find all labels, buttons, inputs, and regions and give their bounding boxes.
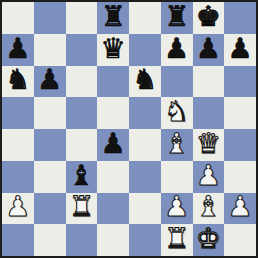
square-g2[interactable]: ♝	[193, 193, 225, 225]
piece-white-queen[interactable]: ♛	[196, 130, 221, 158]
square-d3[interactable]	[97, 161, 129, 193]
square-d4[interactable]: ♟	[97, 129, 129, 161]
piece-black-pawn[interactable]: ♟	[196, 35, 221, 63]
piece-white-bishop[interactable]: ♝	[196, 193, 221, 221]
square-f5[interactable]: ♞	[161, 97, 193, 129]
piece-black-pawn[interactable]: ♟	[101, 130, 126, 158]
square-d7[interactable]: ♛	[97, 34, 129, 66]
square-h4[interactable]	[224, 129, 256, 161]
piece-black-king[interactable]: ♚	[196, 3, 221, 31]
square-f6[interactable]	[161, 66, 193, 98]
square-e7[interactable]	[129, 34, 161, 66]
square-b6[interactable]: ♟	[34, 66, 66, 98]
piece-black-pawn[interactable]: ♟	[5, 35, 30, 63]
square-f2[interactable]: ♟	[161, 193, 193, 225]
square-c3[interactable]: ♝	[66, 161, 98, 193]
piece-black-rook[interactable]: ♜	[101, 3, 126, 31]
piece-black-pawn[interactable]: ♟	[164, 35, 189, 63]
piece-white-pawn[interactable]: ♟	[5, 193, 30, 221]
square-a3[interactable]	[2, 161, 34, 193]
square-h2[interactable]: ♟	[224, 193, 256, 225]
square-c7[interactable]	[66, 34, 98, 66]
square-c6[interactable]	[66, 66, 98, 98]
piece-black-knight[interactable]: ♞	[132, 66, 157, 94]
square-d5[interactable]	[97, 97, 129, 129]
square-f4[interactable]: ♝	[161, 129, 193, 161]
square-e3[interactable]	[129, 161, 161, 193]
square-g8[interactable]: ♚	[193, 2, 225, 34]
square-h8[interactable]	[224, 2, 256, 34]
square-h6[interactable]	[224, 66, 256, 98]
piece-black-bishop[interactable]: ♝	[69, 162, 94, 190]
square-a1[interactable]	[2, 224, 34, 256]
square-a5[interactable]	[2, 97, 34, 129]
square-b2[interactable]	[34, 193, 66, 225]
square-a8[interactable]	[2, 2, 34, 34]
square-b3[interactable]	[34, 161, 66, 193]
piece-black-queen[interactable]: ♛	[101, 35, 126, 63]
square-e6[interactable]: ♞	[129, 66, 161, 98]
square-d2[interactable]	[97, 193, 129, 225]
square-f3[interactable]	[161, 161, 193, 193]
square-c2[interactable]: ♜	[66, 193, 98, 225]
chess-board-frame: ♜♜♚♟♛♟♟♟♞♟♞♞♟♝♛♝♟♟♜♟♝♟♜♚	[0, 0, 258, 258]
piece-white-pawn[interactable]: ♟	[228, 193, 253, 221]
square-d1[interactable]	[97, 224, 129, 256]
piece-black-pawn[interactable]: ♟	[37, 66, 62, 94]
square-g4[interactable]: ♛	[193, 129, 225, 161]
piece-white-rook[interactable]: ♜	[164, 225, 189, 253]
square-c1[interactable]	[66, 224, 98, 256]
square-a2[interactable]: ♟	[2, 193, 34, 225]
square-h3[interactable]	[224, 161, 256, 193]
piece-white-rook[interactable]: ♜	[69, 193, 94, 221]
piece-white-bishop[interactable]: ♝	[164, 130, 189, 158]
chess-board: ♜♜♚♟♛♟♟♟♞♟♞♞♟♝♛♝♟♟♜♟♝♟♜♚	[2, 2, 256, 256]
square-h5[interactable]	[224, 97, 256, 129]
square-e4[interactable]	[129, 129, 161, 161]
piece-white-knight[interactable]: ♞	[164, 98, 189, 126]
piece-white-pawn[interactable]: ♟	[164, 193, 189, 221]
square-b1[interactable]	[34, 224, 66, 256]
square-g3[interactable]: ♟	[193, 161, 225, 193]
square-f1[interactable]: ♜	[161, 224, 193, 256]
square-c8[interactable]	[66, 2, 98, 34]
piece-black-knight[interactable]: ♞	[5, 66, 30, 94]
square-g1[interactable]: ♚	[193, 224, 225, 256]
square-d8[interactable]: ♜	[97, 2, 129, 34]
square-b7[interactable]	[34, 34, 66, 66]
square-b8[interactable]	[34, 2, 66, 34]
piece-black-pawn[interactable]: ♟	[228, 35, 253, 63]
square-h1[interactable]	[224, 224, 256, 256]
square-c4[interactable]	[66, 129, 98, 161]
square-a7[interactable]: ♟	[2, 34, 34, 66]
square-e2[interactable]	[129, 193, 161, 225]
square-g6[interactable]	[193, 66, 225, 98]
square-d6[interactable]	[97, 66, 129, 98]
square-b4[interactable]	[34, 129, 66, 161]
piece-black-rook[interactable]: ♜	[164, 3, 189, 31]
square-g5[interactable]	[193, 97, 225, 129]
square-a6[interactable]: ♞	[2, 66, 34, 98]
square-a4[interactable]	[2, 129, 34, 161]
square-g7[interactable]: ♟	[193, 34, 225, 66]
piece-white-pawn[interactable]: ♟	[196, 162, 221, 190]
square-e5[interactable]	[129, 97, 161, 129]
square-f8[interactable]: ♜	[161, 2, 193, 34]
square-e1[interactable]	[129, 224, 161, 256]
piece-white-king[interactable]: ♚	[196, 225, 221, 253]
square-c5[interactable]	[66, 97, 98, 129]
square-f7[interactable]: ♟	[161, 34, 193, 66]
square-b5[interactable]	[34, 97, 66, 129]
square-h7[interactable]: ♟	[224, 34, 256, 66]
square-e8[interactable]	[129, 2, 161, 34]
